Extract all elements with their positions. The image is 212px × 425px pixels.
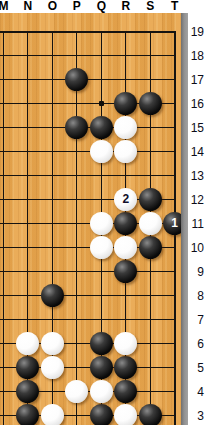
row-label: 6 [180, 337, 204, 351]
row-label: 13 [180, 169, 204, 183]
grid-line-horizontal [0, 271, 176, 272]
black-stone-n5[interactable] [16, 356, 39, 379]
grid-line-horizontal [0, 175, 176, 176]
column-label: S [141, 0, 159, 13]
column-label: Q [92, 0, 110, 13]
row-label: 5 [180, 361, 204, 375]
goban[interactable]: 12 [0, 13, 181, 425]
white-stone-o3[interactable] [41, 404, 64, 425]
black-stone-q3[interactable] [90, 404, 113, 425]
row-label: 9 [180, 265, 204, 279]
row-label: 18 [180, 49, 204, 63]
row-label: 3 [180, 409, 204, 423]
grid-line-horizontal [0, 319, 176, 320]
black-stone-q15[interactable] [90, 116, 113, 139]
black-stone-n3[interactable] [16, 404, 39, 425]
black-stone-s10[interactable] [139, 236, 162, 259]
black-stone-r4[interactable] [114, 380, 137, 403]
row-label: 15 [180, 121, 204, 135]
column-label: R [117, 0, 135, 13]
star-point [99, 101, 104, 106]
white-stone-r14[interactable] [114, 140, 137, 163]
go-diagram: MNOPQRST 12 191817161514131211109876543 [0, 0, 212, 425]
white-stone-r12[interactable]: 2 [114, 188, 137, 211]
column-labels: MNOPQRST [0, 0, 212, 13]
column-label: T [166, 0, 184, 13]
white-stone-o5[interactable] [41, 356, 64, 379]
row-label: 14 [180, 145, 204, 159]
black-stone-r16[interactable] [114, 92, 137, 115]
white-stone-r15[interactable] [114, 116, 137, 139]
row-labels: 191817161514131211109876543 [188, 13, 212, 425]
black-stone-o8[interactable] [41, 284, 64, 307]
grid-line-horizontal [0, 151, 176, 152]
white-stone-q11[interactable] [90, 212, 113, 235]
black-stone-r11[interactable] [114, 212, 137, 235]
white-stone-q10[interactable] [90, 236, 113, 259]
black-stone-r9[interactable] [114, 260, 137, 283]
row-label: 7 [180, 313, 204, 327]
row-label: 8 [180, 289, 204, 303]
row-label: 12 [180, 193, 204, 207]
grid-line-horizontal [0, 295, 176, 296]
black-stone-q6[interactable] [90, 332, 113, 355]
row-label: 4 [180, 385, 204, 399]
white-stone-s11[interactable] [139, 212, 162, 235]
grid-line-horizontal [0, 31, 176, 33]
row-label: 19 [180, 25, 204, 39]
black-stone-n4[interactable] [16, 380, 39, 403]
white-stone-r3[interactable] [114, 404, 137, 425]
black-stone-p15[interactable] [65, 116, 88, 139]
row-label: 10 [180, 241, 204, 255]
column-label: N [19, 0, 37, 13]
black-stone-q5[interactable] [90, 356, 113, 379]
white-stone-r6[interactable] [114, 332, 137, 355]
black-stone-s16[interactable] [139, 92, 162, 115]
black-stone-s3[interactable] [139, 404, 162, 425]
black-stone-s12[interactable] [139, 188, 162, 211]
white-stone-o6[interactable] [41, 332, 64, 355]
white-stone-p4[interactable] [65, 380, 88, 403]
row-label: 16 [180, 97, 204, 111]
move-number-label: 2 [114, 188, 137, 211]
row-label: 11 [180, 217, 204, 231]
white-stone-n6[interactable] [16, 332, 39, 355]
white-stone-q14[interactable] [90, 140, 113, 163]
row-label: 17 [180, 73, 204, 87]
black-stone-p17[interactable] [65, 68, 88, 91]
white-stone-q4[interactable] [90, 380, 113, 403]
column-label: O [43, 0, 61, 13]
grid-line-horizontal [0, 55, 176, 56]
column-label: P [68, 0, 86, 13]
white-stone-r10[interactable] [114, 236, 137, 259]
column-label: M [0, 0, 13, 13]
black-stone-r5[interactable] [114, 356, 137, 379]
grid-line-vertical [3, 31, 4, 425]
